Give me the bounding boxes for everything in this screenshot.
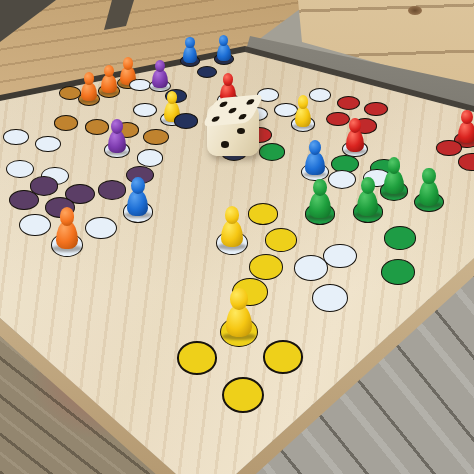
field-white-72[interactable] [312, 284, 348, 312]
pawn-head [123, 57, 133, 69]
pawn-head [185, 37, 194, 48]
pawn-head [313, 179, 327, 196]
pawn-purple-10[interactable] [107, 119, 127, 153]
field-tan-5[interactable] [85, 119, 110, 134]
pawn-head [111, 119, 123, 134]
pawn-head [131, 177, 145, 194]
pawn-blue-6[interactable] [216, 35, 232, 61]
field-white-63[interactable] [85, 217, 117, 239]
pawn-green-19[interactable] [356, 177, 379, 216]
field-yellow-38[interactable] [265, 228, 297, 251]
pawn-head [60, 207, 75, 225]
die-pip [228, 107, 238, 113]
die-pip [245, 99, 255, 105]
pawn-yellow-17[interactable] [224, 288, 253, 337]
pawn-body [346, 130, 364, 151]
pawn-yellow-16[interactable] [220, 206, 245, 248]
pawn-head [388, 157, 401, 173]
die-pip [237, 114, 247, 120]
pawn-red-12[interactable] [345, 118, 365, 152]
pawn-head [422, 168, 435, 185]
field-green-36[interactable] [381, 259, 415, 285]
field-yellow-39[interactable] [249, 254, 283, 280]
pawn-orange-4[interactable] [54, 207, 79, 249]
field-tan-4[interactable] [54, 115, 78, 130]
field-green-28[interactable] [259, 143, 285, 160]
field-yellow-43[interactable] [263, 340, 303, 373]
field-yellow-42[interactable] [177, 341, 217, 374]
pawn-body [183, 46, 197, 63]
pawn-body [56, 222, 79, 249]
field-red-21[interactable] [364, 102, 387, 116]
pawn-blue-7[interactable] [126, 177, 149, 216]
field-white-71[interactable] [294, 255, 328, 281]
pawn-head [361, 177, 375, 194]
pawn-blue-8[interactable] [304, 140, 325, 176]
pawn-body [152, 70, 167, 88]
pawn-purple-9[interactable] [152, 60, 169, 88]
pawn-body [81, 83, 97, 102]
pawn-head [223, 73, 233, 86]
field-white-53[interactable] [137, 149, 164, 166]
field-purple-14[interactable] [9, 190, 39, 210]
pawn-body [221, 221, 243, 248]
pawn-head [349, 118, 361, 133]
pawn-body [295, 107, 312, 127]
pawn-orange-2[interactable] [100, 65, 117, 94]
pawn-head [104, 65, 114, 78]
pawn-green-20[interactable] [383, 157, 405, 194]
field-purple-18[interactable] [98, 180, 127, 200]
pawn-head [461, 110, 472, 124]
pawn-body [309, 193, 330, 218]
pawn-blue-5[interactable] [182, 37, 198, 63]
die-pip [210, 116, 220, 122]
field-white-70[interactable] [323, 244, 356, 269]
field-red-25[interactable] [458, 153, 474, 171]
ludo-board-photo-scene [0, 0, 474, 474]
field-yellow-37[interactable] [248, 203, 279, 224]
pawn-head [230, 288, 247, 310]
pawn-body [127, 191, 148, 216]
die-pip [237, 128, 245, 134]
pawn-body [419, 181, 440, 205]
die-pip [218, 101, 228, 107]
pawn-green-18[interactable] [308, 179, 331, 218]
pawn-green-21[interactable] [418, 168, 441, 206]
wooden-die[interactable] [207, 104, 259, 156]
field-white-61[interactable] [19, 214, 50, 236]
field-white-47[interactable] [6, 160, 33, 178]
field-tan-7[interactable] [143, 129, 168, 145]
pawn-body [108, 131, 126, 153]
pawn-body [226, 306, 253, 337]
pawn-orange-1[interactable] [80, 72, 98, 101]
pawn-body [384, 171, 404, 195]
pawn-body [357, 191, 378, 216]
field-white-46[interactable] [35, 136, 61, 153]
pawn-head [225, 206, 239, 224]
pawn-body [217, 44, 231, 61]
pawn-body [305, 153, 324, 176]
pawn-head [84, 72, 94, 85]
field-white-50[interactable] [133, 103, 156, 117]
field-white-45[interactable] [3, 129, 28, 145]
pawn-body [458, 122, 474, 143]
pawn-body [101, 75, 116, 93]
field-navy-12[interactable] [174, 113, 198, 128]
pawn-yellow-15[interactable] [294, 95, 313, 126]
field-green-35[interactable] [384, 226, 416, 249]
die-pip [221, 141, 229, 147]
pawn-red-13[interactable] [457, 110, 474, 143]
